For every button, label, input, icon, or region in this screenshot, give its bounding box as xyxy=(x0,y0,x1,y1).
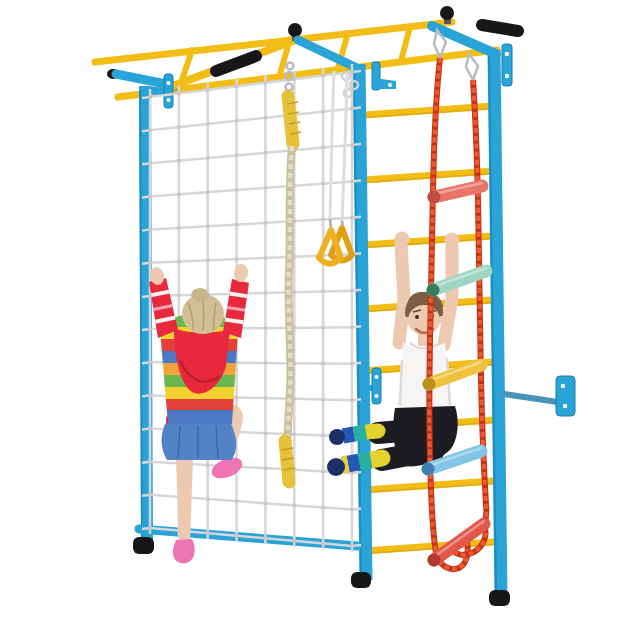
net-knot xyxy=(263,186,267,190)
climbing-net xyxy=(142,64,361,552)
net-knot xyxy=(235,119,239,123)
bracket-plate xyxy=(164,74,173,108)
clamp-knob-right xyxy=(440,6,454,20)
hoodie-stripe xyxy=(156,399,242,410)
net-knot xyxy=(263,536,267,540)
net-knot xyxy=(263,396,267,400)
net-knot xyxy=(321,325,325,329)
net-knot xyxy=(263,501,267,505)
net-knot xyxy=(148,95,152,99)
net-knot xyxy=(148,460,152,464)
net-knot xyxy=(177,159,181,163)
sock-band xyxy=(348,462,359,464)
bracket-hole xyxy=(167,81,171,85)
boy-ear xyxy=(438,316,446,324)
bracket-hole xyxy=(505,74,509,78)
boy-sock-upper xyxy=(329,429,378,445)
net-knot xyxy=(235,84,239,88)
net-knot xyxy=(350,179,354,183)
bracket-hole xyxy=(563,404,567,408)
net-knot xyxy=(148,261,152,265)
bracket-hole xyxy=(375,375,379,379)
ladder-rung-end-cap xyxy=(428,191,441,204)
net-knot xyxy=(292,290,296,294)
net-knot xyxy=(148,161,152,165)
boy-left-arm xyxy=(399,244,404,343)
net-knot xyxy=(148,128,152,132)
net-knot xyxy=(321,74,325,78)
net-knot xyxy=(321,361,325,365)
top-rail-rear xyxy=(95,22,452,62)
boy-left-hand xyxy=(395,232,410,247)
net-knot xyxy=(321,541,325,545)
net-knot xyxy=(321,110,325,114)
foam-grip-right xyxy=(482,25,518,31)
net-knot xyxy=(350,289,354,293)
net-knot xyxy=(177,125,181,129)
sock-toe xyxy=(327,458,345,476)
bracket-hole xyxy=(375,394,379,398)
sock-band xyxy=(371,458,382,460)
net-knot xyxy=(148,360,152,364)
sock-band xyxy=(359,460,371,462)
net-knot xyxy=(206,156,210,160)
net-knot xyxy=(321,182,325,186)
net-knot xyxy=(235,534,239,538)
monkey-bar-rung xyxy=(401,27,410,61)
net-knot xyxy=(235,153,239,157)
net-knot xyxy=(350,106,354,110)
foot-cap-left-post xyxy=(133,537,154,554)
net-knot xyxy=(350,70,354,74)
bracket-plate xyxy=(502,44,512,86)
net-knot xyxy=(321,146,325,150)
product-photo-jungle-gym: Children's indoor jungle gym / Swedish w… xyxy=(0,0,627,627)
girl-left-shoe xyxy=(173,539,195,563)
net-knot xyxy=(321,433,325,437)
wall-bracket-top-right xyxy=(502,44,512,86)
bracket-hole xyxy=(167,98,171,102)
net-knot xyxy=(263,116,267,120)
bracket-flange xyxy=(374,78,396,89)
net-knot xyxy=(350,362,354,366)
net-knot xyxy=(235,257,239,261)
sock-band xyxy=(366,431,378,432)
ladder-rung-end-cap xyxy=(428,554,441,567)
ladder-rung-end-cap xyxy=(427,284,440,297)
net-knot xyxy=(292,539,296,543)
boy-hanging-lsit xyxy=(327,232,460,477)
jungle-gym-scene: Children's indoor jungle gym / Swedish w… xyxy=(0,0,627,627)
net-knot xyxy=(148,228,152,232)
net-knot xyxy=(321,218,325,222)
net-knot xyxy=(263,81,267,85)
bracket-plate xyxy=(556,376,575,416)
net-knot xyxy=(148,327,152,331)
diagonal-arm-left xyxy=(298,40,357,68)
net-knot xyxy=(206,531,210,535)
net-knot xyxy=(263,466,267,470)
net-knot xyxy=(350,508,354,512)
carabiner xyxy=(286,84,293,91)
wall-bracket-mid-right xyxy=(504,376,575,416)
hoodie-stripe xyxy=(156,410,242,424)
net-knot xyxy=(148,427,152,431)
net-knot xyxy=(177,91,181,95)
net-knot xyxy=(350,544,354,548)
climbing-rope xyxy=(281,63,301,483)
net-knot xyxy=(350,398,354,402)
boy-right-hand xyxy=(445,233,460,248)
net-knot xyxy=(350,143,354,147)
net-knot xyxy=(206,497,210,501)
net-knot xyxy=(177,192,181,196)
net-knot xyxy=(177,226,181,230)
net-knot xyxy=(148,493,152,497)
bracket-hole xyxy=(561,384,565,388)
net-knot xyxy=(148,526,152,530)
net-knot xyxy=(263,326,267,330)
bracket-plate xyxy=(372,368,381,404)
net-knot xyxy=(206,190,210,194)
sock-toe xyxy=(329,429,345,445)
rope-bottom-grip xyxy=(285,441,289,482)
net-knot xyxy=(263,291,267,295)
boy-face xyxy=(408,305,440,335)
left-post xyxy=(145,86,147,542)
boy-eye xyxy=(415,315,419,319)
net-knot xyxy=(350,216,354,220)
net-knot xyxy=(321,469,325,473)
boy-right-arm xyxy=(444,246,452,345)
net-knot xyxy=(263,361,267,365)
net-knot xyxy=(321,505,325,509)
net-knot xyxy=(206,463,210,467)
net-knot xyxy=(148,393,152,397)
ladder-rung-end-cap xyxy=(422,463,435,476)
net-knot xyxy=(263,256,267,260)
carabiner-right xyxy=(466,54,478,80)
girl-denim-skirt xyxy=(161,424,236,460)
net-knot xyxy=(321,290,325,294)
net-knot xyxy=(148,194,152,198)
foot-cap-center-rail xyxy=(351,572,371,588)
bracket-hole xyxy=(505,52,509,56)
net-knot xyxy=(235,223,239,227)
foot-cap-right-rail xyxy=(489,590,510,606)
bracket-hole xyxy=(388,83,392,87)
net-knot xyxy=(263,151,267,155)
net-knot xyxy=(321,397,325,401)
net-knot xyxy=(206,258,210,262)
net-knot xyxy=(235,499,239,503)
clamp-knob-left xyxy=(288,23,302,37)
ladder-rung-end-cap xyxy=(423,378,436,391)
net-knot xyxy=(350,325,354,329)
net-knot xyxy=(263,431,267,435)
net-knot xyxy=(206,224,210,228)
net-knot xyxy=(177,260,181,264)
net-knot xyxy=(206,122,210,126)
net-knot xyxy=(292,432,296,436)
sock-band xyxy=(354,432,366,434)
net-knot xyxy=(235,395,239,399)
boy-ear xyxy=(403,317,411,325)
bracket-stub xyxy=(504,394,558,402)
chain-link xyxy=(287,63,294,70)
net-knot xyxy=(263,221,267,225)
top-monkey-bar-frame xyxy=(95,6,518,97)
foam-grip-left xyxy=(216,56,256,71)
net-knot xyxy=(206,88,210,92)
net-knot xyxy=(235,188,239,192)
net-knot xyxy=(292,503,296,507)
girl-hair-bun xyxy=(191,288,209,302)
net-knot xyxy=(177,293,181,297)
